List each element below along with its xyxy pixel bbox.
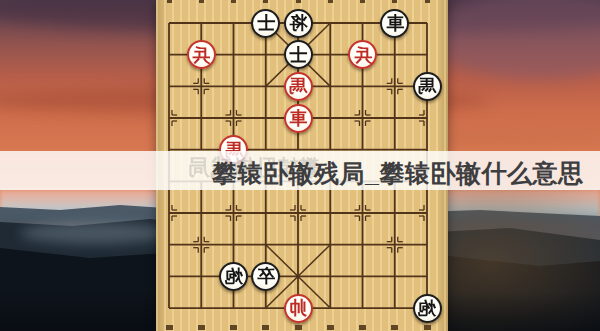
piece-glyph: 炮	[418, 299, 436, 317]
piece-glyph: 士	[257, 14, 275, 32]
cropped-coordinate-mark	[327, 325, 334, 330]
xiangqi-piece-red: 車	[284, 104, 313, 133]
cropped-coordinate-mark	[199, 0, 204, 3]
screenshot: 士将車兵士兵馬馬車馬炮卒帅炮 攀辕卧辙残局 攀辕卧辙残局_攀辕卧辙什么意思	[0, 0, 600, 331]
cropped-coordinate-mark	[198, 325, 205, 330]
cropped-coordinate-mark	[230, 325, 237, 330]
cropped-coordinate-mark	[328, 0, 333, 3]
cropped-coordinate-mark	[166, 325, 173, 330]
xiangqi-piece-black: 士	[251, 9, 280, 38]
cropped-coordinate-mark	[359, 325, 366, 330]
piece-glyph: 将	[289, 14, 307, 32]
cropped-coordinate-mark	[263, 0, 268, 3]
cropped-coordinate-mark	[425, 0, 430, 3]
xiangqi-piece-black: 炮	[219, 262, 248, 291]
xiangqi-piece-black: 将	[284, 9, 313, 38]
xiangqi-piece-black: 車	[380, 9, 409, 38]
piece-glyph: 士	[289, 46, 307, 64]
xiangqi-piece-red: 帅	[284, 294, 313, 323]
piece-glyph: 炮	[225, 267, 243, 285]
cropped-coordinate-mark	[424, 325, 431, 330]
piece-glyph: 車	[289, 109, 307, 127]
piece-glyph: 兵	[192, 46, 210, 64]
xiangqi-piece-red: 兵	[187, 40, 216, 69]
piece-glyph: 馬	[289, 77, 307, 95]
piece-glyph: 車	[386, 14, 404, 32]
cropped-coordinate-mark	[296, 0, 301, 3]
cropped-coordinate-mark	[360, 0, 365, 3]
piece-glyph: 兵	[354, 46, 372, 64]
xiangqi-piece-red: 馬	[284, 72, 313, 101]
cropped-coordinate-mark	[262, 325, 269, 330]
cropped-coordinate-mark	[231, 0, 236, 3]
valley-mist	[20, 222, 170, 244]
cropped-coordinate-mark	[392, 0, 397, 3]
piece-glyph: 馬	[418, 77, 436, 95]
caption-title: 攀辕卧辙残局_攀辕卧辙什么意思	[212, 157, 583, 190]
piece-glyph: 卒	[257, 267, 275, 285]
cropped-coordinate-mark	[295, 325, 302, 330]
xiangqi-piece-red: 兵	[348, 40, 377, 69]
caption-bar: 攀辕卧辙残局 攀辕卧辙残局_攀辕卧辙什么意思	[0, 151, 600, 190]
xiangqi-piece-black: 炮	[413, 294, 442, 323]
piece-glyph: 帅	[289, 299, 307, 317]
xiangqi-piece-black: 士	[284, 40, 313, 69]
cropped-coordinate-mark	[167, 0, 172, 3]
cropped-coordinate-mark	[391, 325, 398, 330]
xiangqi-piece-black: 卒	[251, 262, 280, 291]
xiangqi-piece-black: 馬	[413, 72, 442, 101]
